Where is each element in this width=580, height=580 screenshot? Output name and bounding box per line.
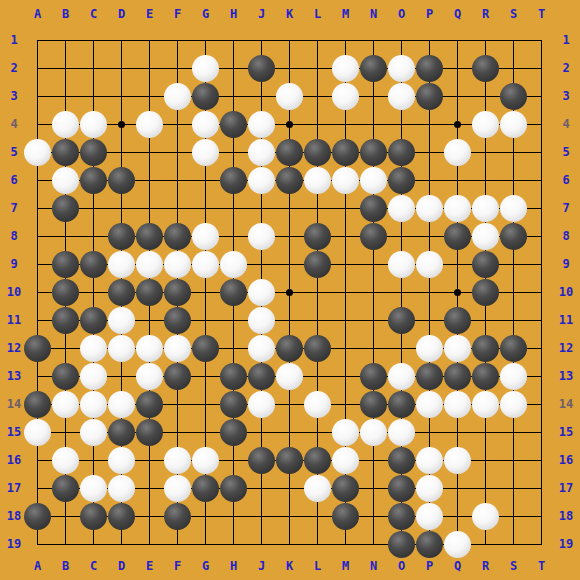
row-label: 16 (552, 452, 580, 468)
black-stone (192, 83, 219, 110)
black-stone (108, 503, 135, 530)
column-label: N (360, 558, 388, 574)
black-stone (164, 279, 191, 306)
star-point (286, 121, 293, 128)
column-label: M (332, 6, 360, 22)
black-stone (220, 391, 247, 418)
star-point (118, 121, 125, 128)
white-stone (416, 447, 443, 474)
column-label: E (136, 6, 164, 22)
black-stone (164, 223, 191, 250)
white-stone (164, 475, 191, 502)
black-stone (220, 279, 247, 306)
row-label: 12 (552, 340, 580, 356)
column-label: K (276, 6, 304, 22)
black-stone (220, 475, 247, 502)
white-stone (108, 307, 135, 334)
white-stone (360, 419, 387, 446)
white-stone (24, 419, 51, 446)
black-stone (304, 139, 331, 166)
column-label: O (388, 6, 416, 22)
white-stone (332, 55, 359, 82)
black-stone (500, 83, 527, 110)
black-stone (108, 223, 135, 250)
white-stone (444, 139, 471, 166)
row-label: 13 (552, 368, 580, 384)
column-label: R (472, 558, 500, 574)
black-stone (80, 503, 107, 530)
row-label: 14 (0, 396, 28, 412)
black-stone (248, 55, 275, 82)
white-stone (192, 447, 219, 474)
column-label: J (248, 6, 276, 22)
row-label: 3 (552, 88, 580, 104)
row-label: 7 (0, 200, 28, 216)
white-stone (136, 335, 163, 362)
row-label: 13 (0, 368, 28, 384)
white-stone (444, 195, 471, 222)
black-stone (52, 475, 79, 502)
white-stone (416, 195, 443, 222)
goban-screen: AABBCCDDEEFFGGHHJJKKLLMMNNOOPPQQRRSSTT11… (0, 0, 580, 580)
white-stone (416, 391, 443, 418)
white-stone (388, 55, 415, 82)
row-label: 2 (0, 60, 28, 76)
black-stone (164, 307, 191, 334)
white-stone (164, 335, 191, 362)
black-stone (444, 363, 471, 390)
black-stone (80, 251, 107, 278)
black-stone (304, 335, 331, 362)
column-label: O (388, 558, 416, 574)
white-stone (52, 391, 79, 418)
column-label: F (164, 558, 192, 574)
row-label: 18 (552, 508, 580, 524)
column-label: H (220, 6, 248, 22)
white-stone (276, 363, 303, 390)
column-label: D (108, 6, 136, 22)
white-stone (164, 447, 191, 474)
row-label: 4 (552, 116, 580, 132)
row-label: 10 (552, 284, 580, 300)
black-stone (52, 251, 79, 278)
black-stone (500, 223, 527, 250)
white-stone (416, 503, 443, 530)
white-stone (444, 335, 471, 362)
star-point (286, 289, 293, 296)
white-stone (444, 447, 471, 474)
white-stone (276, 83, 303, 110)
black-stone (388, 139, 415, 166)
white-stone (500, 111, 527, 138)
white-stone (108, 335, 135, 362)
row-label: 9 (552, 256, 580, 272)
black-stone (416, 531, 443, 558)
column-label: C (80, 6, 108, 22)
black-stone (472, 335, 499, 362)
column-label: K (276, 558, 304, 574)
row-label: 14 (552, 396, 580, 412)
star-point (454, 121, 461, 128)
white-stone (136, 363, 163, 390)
white-stone (164, 251, 191, 278)
black-stone (24, 335, 51, 362)
white-stone (248, 167, 275, 194)
row-label: 18 (0, 508, 28, 524)
white-stone (52, 447, 79, 474)
white-stone (304, 391, 331, 418)
column-label: J (248, 558, 276, 574)
white-stone (472, 223, 499, 250)
white-stone (332, 447, 359, 474)
white-stone (248, 307, 275, 334)
row-label: 8 (552, 228, 580, 244)
white-stone (192, 111, 219, 138)
black-stone (276, 167, 303, 194)
white-stone (500, 391, 527, 418)
black-stone (80, 139, 107, 166)
white-stone (472, 503, 499, 530)
white-stone (108, 475, 135, 502)
column-label: A (24, 6, 52, 22)
black-stone (360, 363, 387, 390)
column-label: M (332, 558, 360, 574)
black-stone (80, 307, 107, 334)
black-stone (108, 167, 135, 194)
column-label: L (304, 6, 332, 22)
black-stone (164, 363, 191, 390)
column-label: G (192, 558, 220, 574)
black-stone (472, 279, 499, 306)
white-stone (416, 475, 443, 502)
black-stone (444, 307, 471, 334)
white-stone (360, 167, 387, 194)
black-stone (388, 475, 415, 502)
black-stone (332, 139, 359, 166)
black-stone (220, 111, 247, 138)
white-stone (136, 111, 163, 138)
row-label: 7 (552, 200, 580, 216)
white-stone (192, 55, 219, 82)
black-stone (276, 139, 303, 166)
black-stone (136, 223, 163, 250)
row-label: 1 (0, 32, 28, 48)
white-stone (388, 83, 415, 110)
white-stone (416, 335, 443, 362)
white-stone (248, 223, 275, 250)
black-stone (388, 447, 415, 474)
white-stone (416, 251, 443, 278)
column-label: E (136, 558, 164, 574)
white-stone (444, 531, 471, 558)
row-label: 11 (552, 312, 580, 328)
white-stone (80, 335, 107, 362)
black-stone (472, 55, 499, 82)
black-stone (500, 335, 527, 362)
go-board[interactable] (0, 0, 580, 580)
row-label: 6 (552, 172, 580, 188)
row-label: 11 (0, 312, 28, 328)
white-stone (80, 391, 107, 418)
white-stone (388, 251, 415, 278)
white-stone (472, 111, 499, 138)
black-stone (52, 139, 79, 166)
column-label: Q (444, 6, 472, 22)
column-label: T (528, 558, 556, 574)
black-stone (192, 475, 219, 502)
white-stone (388, 195, 415, 222)
row-label: 1 (552, 32, 580, 48)
white-stone (80, 111, 107, 138)
black-stone (360, 195, 387, 222)
white-stone (332, 167, 359, 194)
row-label: 3 (0, 88, 28, 104)
column-label: Q (444, 558, 472, 574)
column-label: G (192, 6, 220, 22)
black-stone (304, 447, 331, 474)
white-stone (80, 363, 107, 390)
black-stone (388, 167, 415, 194)
black-stone (52, 195, 79, 222)
column-label: F (164, 6, 192, 22)
black-stone (136, 279, 163, 306)
black-stone (80, 167, 107, 194)
white-stone (136, 251, 163, 278)
white-stone (192, 139, 219, 166)
column-label: L (304, 558, 332, 574)
column-label: D (108, 558, 136, 574)
black-stone (136, 391, 163, 418)
row-label: 19 (552, 536, 580, 552)
white-stone (108, 391, 135, 418)
black-stone (444, 223, 471, 250)
white-stone (52, 111, 79, 138)
white-stone (304, 475, 331, 502)
white-stone (220, 251, 247, 278)
black-stone (472, 251, 499, 278)
row-label: 12 (0, 340, 28, 356)
white-stone (108, 447, 135, 474)
black-stone (192, 335, 219, 362)
black-stone (52, 279, 79, 306)
black-stone (276, 447, 303, 474)
black-stone (360, 391, 387, 418)
column-label: S (500, 6, 528, 22)
row-label: 19 (0, 536, 28, 552)
white-stone (500, 363, 527, 390)
row-label: 9 (0, 256, 28, 272)
row-label: 16 (0, 452, 28, 468)
black-stone (472, 363, 499, 390)
column-label: C (80, 558, 108, 574)
black-stone (24, 503, 51, 530)
column-label: H (220, 558, 248, 574)
row-label: 8 (0, 228, 28, 244)
white-stone (248, 279, 275, 306)
white-stone (248, 111, 275, 138)
white-stone (52, 167, 79, 194)
black-stone (136, 419, 163, 446)
row-label: 5 (552, 144, 580, 160)
column-label: S (500, 558, 528, 574)
black-stone (108, 419, 135, 446)
row-label: 6 (0, 172, 28, 188)
row-label: 2 (552, 60, 580, 76)
column-label: N (360, 6, 388, 22)
white-stone (248, 391, 275, 418)
white-stone (388, 363, 415, 390)
column-label: P (416, 6, 444, 22)
white-stone (472, 195, 499, 222)
black-stone (388, 503, 415, 530)
black-stone (248, 447, 275, 474)
white-stone (472, 391, 499, 418)
column-label: P (416, 558, 444, 574)
row-label: 17 (0, 480, 28, 496)
black-stone (52, 307, 79, 334)
black-stone (416, 363, 443, 390)
star-point (454, 289, 461, 296)
black-stone (304, 223, 331, 250)
white-stone (192, 251, 219, 278)
black-stone (220, 167, 247, 194)
row-label: 15 (552, 424, 580, 440)
white-stone (80, 475, 107, 502)
row-label: 5 (0, 144, 28, 160)
black-stone (248, 363, 275, 390)
column-label: B (52, 6, 80, 22)
black-stone (360, 139, 387, 166)
black-stone (304, 251, 331, 278)
black-stone (164, 503, 191, 530)
black-stone (24, 391, 51, 418)
black-stone (332, 503, 359, 530)
white-stone (164, 83, 191, 110)
white-stone (248, 139, 275, 166)
black-stone (108, 279, 135, 306)
black-stone (360, 55, 387, 82)
row-label: 10 (0, 284, 28, 300)
black-stone (52, 363, 79, 390)
black-stone (332, 475, 359, 502)
black-stone (388, 391, 415, 418)
black-stone (220, 363, 247, 390)
column-label: T (528, 6, 556, 22)
row-label: 17 (552, 480, 580, 496)
white-stone (332, 83, 359, 110)
white-stone (500, 195, 527, 222)
white-stone (108, 251, 135, 278)
white-stone (192, 223, 219, 250)
column-label: B (52, 558, 80, 574)
black-stone (360, 223, 387, 250)
row-label: 4 (0, 116, 28, 132)
black-stone (388, 531, 415, 558)
white-stone (80, 419, 107, 446)
black-stone (416, 55, 443, 82)
black-stone (388, 307, 415, 334)
black-stone (276, 335, 303, 362)
white-stone (24, 139, 51, 166)
white-stone (444, 391, 471, 418)
column-label: R (472, 6, 500, 22)
white-stone (248, 335, 275, 362)
row-label: 15 (0, 424, 28, 440)
black-stone (220, 419, 247, 446)
black-stone (416, 83, 443, 110)
white-stone (304, 167, 331, 194)
column-label: A (24, 558, 52, 574)
white-stone (332, 419, 359, 446)
white-stone (388, 419, 415, 446)
